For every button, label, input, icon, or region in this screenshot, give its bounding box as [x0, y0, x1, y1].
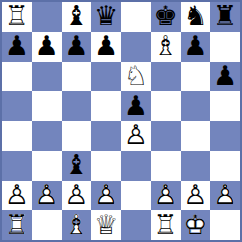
piece-white-pawn[interactable]: ♟♙: [121, 121, 151, 151]
square-c1[interactable]: ♝♗: [62, 210, 92, 240]
black-piece-glyph: ♝: [64, 2, 88, 29]
square-d3[interactable]: [91, 151, 121, 181]
square-h4[interactable]: [210, 121, 240, 151]
piece-white-bishop[interactable]: ♝♗: [62, 210, 92, 240]
square-d8[interactable]: ♛: [91, 2, 121, 32]
square-b4[interactable]: [32, 121, 62, 151]
white-piece-outline: ♙: [64, 181, 88, 208]
square-a7[interactable]: ♟: [2, 32, 32, 62]
piece-white-knight[interactable]: ♞♘: [121, 62, 151, 92]
square-e5[interactable]: ♟: [121, 91, 151, 121]
square-b8[interactable]: [32, 2, 62, 32]
square-b6[interactable]: [32, 62, 62, 92]
piece-white-bishop[interactable]: ♝♗: [151, 32, 181, 62]
square-d7[interactable]: ♟: [91, 32, 121, 62]
piece-black-bishop[interactable]: ♝: [62, 151, 92, 181]
square-d6[interactable]: [91, 62, 121, 92]
white-piece-outline: ♘: [124, 62, 148, 89]
white-piece-outline: ♖: [5, 2, 29, 29]
square-d1[interactable]: ♛♕: [91, 210, 121, 240]
black-piece-glyph: ♟: [94, 32, 118, 59]
square-c8[interactable]: ♝: [62, 2, 92, 32]
square-h2[interactable]: ♟♙: [210, 181, 240, 211]
square-c7[interactable]: ♟: [62, 32, 92, 62]
square-a4[interactable]: [2, 121, 32, 151]
piece-white-pawn[interactable]: ♟♙: [91, 181, 121, 211]
square-b2[interactable]: ♟♙: [32, 181, 62, 211]
square-f2[interactable]: ♟♙: [151, 181, 181, 211]
piece-black-pawn[interactable]: ♟: [121, 91, 151, 121]
square-c6[interactable]: [62, 62, 92, 92]
white-piece-outline: ♔: [183, 211, 207, 238]
white-piece-outline: ♙: [124, 121, 148, 148]
square-e3[interactable]: [121, 151, 151, 181]
piece-black-pawn[interactable]: ♟: [91, 32, 121, 62]
black-piece-glyph: ♟: [183, 32, 207, 59]
square-e2[interactable]: [121, 181, 151, 211]
white-piece-outline: ♙: [154, 181, 178, 208]
piece-white-pawn[interactable]: ♟♙: [62, 181, 92, 211]
square-g6[interactable]: [181, 62, 211, 92]
square-f6[interactable]: [151, 62, 181, 92]
black-piece-glyph: ♟: [64, 32, 88, 59]
black-piece-glyph: ♞: [183, 2, 207, 29]
piece-white-pawn[interactable]: ♟♙: [151, 181, 181, 211]
square-a3[interactable]: [2, 151, 32, 181]
piece-black-bishop[interactable]: ♝: [62, 2, 92, 32]
chess-board-container: ♜♖♝♛♚♞♜♟♟♟♟♝♗♟♞♘♟♟♟♙♝♟♙♟♙♟♙♟♙♟♙♟♙♟♙♜♖♝♗♛…: [0, 0, 242, 242]
square-g5[interactable]: [181, 91, 211, 121]
piece-black-king[interactable]: ♚: [151, 2, 181, 32]
black-piece-glyph: ♛: [94, 2, 118, 29]
square-a1[interactable]: ♜♖: [2, 210, 32, 240]
square-c2[interactable]: ♟♙: [62, 181, 92, 211]
square-g4[interactable]: [181, 121, 211, 151]
chess-board: ♜♖♝♛♚♞♜♟♟♟♟♝♗♟♞♘♟♟♟♙♝♟♙♟♙♟♙♟♙♟♙♟♙♟♙♜♖♝♗♛…: [0, 0, 242, 242]
square-g3[interactable]: [181, 151, 211, 181]
square-a2[interactable]: ♟♙: [2, 181, 32, 211]
piece-white-pawn[interactable]: ♟♙: [32, 181, 62, 211]
square-h8[interactable]: ♜: [210, 2, 240, 32]
piece-white-queen[interactable]: ♛♕: [91, 210, 121, 240]
square-a5[interactable]: [2, 91, 32, 121]
square-e1[interactable]: [121, 210, 151, 240]
white-piece-outline: ♗: [64, 211, 88, 238]
square-c4[interactable]: [62, 121, 92, 151]
piece-black-queen[interactable]: ♛: [91, 2, 121, 32]
white-piece-outline: ♖: [5, 211, 29, 238]
black-piece-glyph: ♟: [5, 32, 29, 59]
square-e7[interactable]: [121, 32, 151, 62]
square-e4[interactable]: ♟♙: [121, 121, 151, 151]
black-piece-glyph: ♟: [124, 92, 148, 119]
piece-black-pawn[interactable]: ♟: [210, 62, 240, 92]
white-piece-outline: ♙: [213, 181, 237, 208]
black-piece-glyph: ♟: [35, 32, 59, 59]
square-f4[interactable]: [151, 121, 181, 151]
square-d4[interactable]: [91, 121, 121, 151]
piece-white-pawn[interactable]: ♟♙: [2, 181, 32, 211]
square-f3[interactable]: [151, 151, 181, 181]
piece-white-pawn[interactable]: ♟♙: [210, 181, 240, 211]
square-h3[interactable]: [210, 151, 240, 181]
piece-white-rook[interactable]: ♜♖: [2, 2, 32, 32]
square-b7[interactable]: ♟: [32, 32, 62, 62]
piece-white-rook[interactable]: ♜♖: [2, 210, 32, 240]
square-h7[interactable]: [210, 32, 240, 62]
piece-white-pawn[interactable]: ♟♙: [181, 181, 211, 211]
square-c3[interactable]: ♝: [62, 151, 92, 181]
square-d5[interactable]: [91, 91, 121, 121]
square-d2[interactable]: ♟♙: [91, 181, 121, 211]
black-piece-glyph: ♚: [154, 2, 178, 29]
square-e8[interactable]: [121, 2, 151, 32]
square-a8[interactable]: ♜♖: [2, 2, 32, 32]
square-e6[interactable]: ♞♘: [121, 62, 151, 92]
square-h5[interactable]: [210, 91, 240, 121]
white-piece-outline: ♙: [94, 181, 118, 208]
black-piece-glyph: ♜: [213, 2, 237, 29]
square-f8[interactable]: ♚: [151, 2, 181, 32]
white-piece-outline: ♙: [5, 181, 29, 208]
square-f5[interactable]: [151, 91, 181, 121]
square-g1[interactable]: ♚♔: [181, 210, 211, 240]
square-g8[interactable]: ♞: [181, 2, 211, 32]
piece-black-rook[interactable]: ♜: [210, 2, 240, 32]
white-piece-outline: ♕: [94, 211, 118, 238]
square-a6[interactable]: [2, 62, 32, 92]
square-g2[interactable]: ♟♙: [181, 181, 211, 211]
white-piece-outline: ♙: [35, 181, 59, 208]
piece-black-pawn[interactable]: ♟: [62, 32, 92, 62]
piece-black-knight[interactable]: ♞: [181, 2, 211, 32]
piece-black-pawn[interactable]: ♟: [32, 32, 62, 62]
piece-black-pawn[interactable]: ♟: [181, 32, 211, 62]
piece-white-rook[interactable]: ♜♖: [151, 210, 181, 240]
square-b1[interactable]: [32, 210, 62, 240]
square-b3[interactable]: [32, 151, 62, 181]
white-piece-outline: ♗: [154, 32, 178, 59]
square-h1[interactable]: [210, 210, 240, 240]
square-h6[interactable]: ♟: [210, 62, 240, 92]
square-g7[interactable]: ♟: [181, 32, 211, 62]
white-piece-outline: ♖: [154, 211, 178, 238]
square-b5[interactable]: [32, 91, 62, 121]
piece-black-pawn[interactable]: ♟: [2, 32, 32, 62]
square-c5[interactable]: [62, 91, 92, 121]
white-piece-outline: ♙: [183, 181, 207, 208]
square-f7[interactable]: ♝♗: [151, 32, 181, 62]
square-f1[interactable]: ♜♖: [151, 210, 181, 240]
black-piece-glyph: ♝: [64, 151, 88, 178]
piece-white-king[interactable]: ♚♔: [181, 210, 211, 240]
black-piece-glyph: ♟: [213, 62, 237, 89]
